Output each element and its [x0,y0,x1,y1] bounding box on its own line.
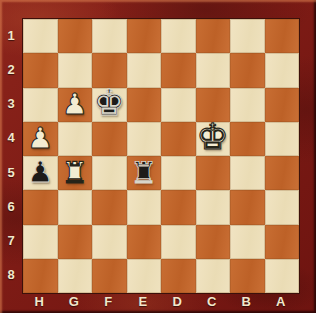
square-b2[interactable] [230,53,265,87]
square-a6[interactable] [265,190,300,224]
white-pawn[interactable]: ♟ [62,90,88,119]
square-f5[interactable] [92,156,127,190]
file-label-b: B [229,292,264,311]
square-a3[interactable] [265,88,300,122]
square-a4[interactable] [265,122,300,156]
square-f1[interactable] [92,19,127,53]
square-f6[interactable] [92,190,127,224]
square-c5[interactable] [196,156,231,190]
square-h2[interactable] [23,53,58,87]
rank-label-5: 5 [0,155,22,189]
square-g7[interactable] [58,225,93,259]
file-labels: HGFEDCBA [22,292,298,311]
square-g5[interactable]: ♜ [58,156,93,190]
rank-label-4: 4 [0,121,22,155]
square-c7[interactable] [196,225,231,259]
square-g3[interactable]: ♟ [58,88,93,122]
square-g1[interactable] [58,19,93,53]
square-c8[interactable] [196,259,231,293]
rank-label-6: 6 [0,189,22,223]
white-rook[interactable]: ♜ [61,158,88,188]
square-h4[interactable]: ♟ [23,122,58,156]
square-d8[interactable] [161,259,196,293]
square-e6[interactable] [127,190,162,224]
square-e8[interactable] [127,259,162,293]
square-e4[interactable] [127,122,162,156]
square-h7[interactable] [23,225,58,259]
square-f8[interactable] [92,259,127,293]
square-e1[interactable] [127,19,162,53]
square-d6[interactable] [161,190,196,224]
square-d3[interactable] [161,88,196,122]
square-b6[interactable] [230,190,265,224]
square-b7[interactable] [230,225,265,259]
file-label-f: F [91,292,126,311]
black-rook[interactable]: ♜ [130,158,157,188]
square-g6[interactable] [58,190,93,224]
square-f4[interactable] [92,122,127,156]
file-label-a: A [264,292,299,311]
square-b8[interactable] [230,259,265,293]
square-h3[interactable] [23,88,58,122]
square-h8[interactable] [23,259,58,293]
square-c2[interactable] [196,53,231,87]
square-e5[interactable]: ♜ [127,156,162,190]
square-a7[interactable] [265,225,300,259]
rank-labels: 12345678 [0,18,22,292]
file-label-e: E [126,292,161,311]
square-d4[interactable] [161,122,196,156]
square-b1[interactable] [230,19,265,53]
square-d2[interactable] [161,53,196,87]
file-label-h: H [22,292,57,311]
file-label-d: D [160,292,195,311]
square-d5[interactable] [161,156,196,190]
black-king[interactable]: ♚ [93,85,125,121]
square-h5[interactable]: ♟ [23,156,58,190]
square-d7[interactable] [161,225,196,259]
square-g8[interactable] [58,259,93,293]
square-d1[interactable] [161,19,196,53]
rank-label-3: 3 [0,87,22,121]
white-pawn[interactable]: ♟ [27,124,53,153]
square-e7[interactable] [127,225,162,259]
rank-label-7: 7 [0,224,22,258]
square-h1[interactable] [23,19,58,53]
square-c6[interactable] [196,190,231,224]
square-g2[interactable] [58,53,93,87]
square-c1[interactable] [196,19,231,53]
rank-label-8: 8 [0,258,22,292]
square-b4[interactable] [230,122,265,156]
square-a5[interactable] [265,156,300,190]
file-label-c: C [195,292,230,311]
square-e2[interactable] [127,53,162,87]
square-e3[interactable] [127,88,162,122]
square-h6[interactable] [23,190,58,224]
white-king[interactable]: ♚ [197,119,229,155]
square-c4[interactable]: ♚ [196,122,231,156]
square-a1[interactable] [265,19,300,53]
square-b3[interactable] [230,88,265,122]
square-f7[interactable] [92,225,127,259]
square-a2[interactable] [265,53,300,87]
board-frame: ♟♚♟♚♟♜♜ 12345678 HGFEDCBA [0,0,316,313]
rank-label-2: 2 [0,52,22,86]
file-label-g: G [57,292,92,311]
black-pawn[interactable]: ♟ [27,158,53,187]
rank-label-1: 1 [0,18,22,52]
square-a8[interactable] [265,259,300,293]
square-b5[interactable] [230,156,265,190]
chessboard: ♟♚♟♚♟♜♜ [22,18,300,294]
square-f3[interactable]: ♚ [92,88,127,122]
square-g4[interactable] [58,122,93,156]
